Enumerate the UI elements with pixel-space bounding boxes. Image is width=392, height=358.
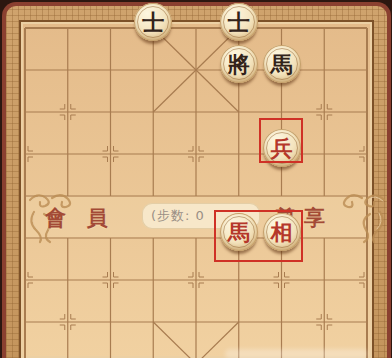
piece-glyph: 士 xyxy=(142,3,164,41)
board-grid[interactable] xyxy=(0,0,392,358)
piece-black-advisor-left[interactable]: 士 xyxy=(134,3,172,41)
river-text-member: 會員 xyxy=(45,207,129,229)
xiangqi-app: 會員 尊享 (步数: 0 士 士 將 馬 兵 馬 相 xyxy=(0,0,392,358)
piece-glyph: 馬 xyxy=(271,45,293,83)
highlight-box-soldier xyxy=(259,118,303,163)
piece-glyph: 士 xyxy=(228,3,250,41)
highlight-box-horse-elephant xyxy=(214,210,303,262)
piece-black-advisor-right[interactable]: 士 xyxy=(220,3,258,41)
watermark-blur xyxy=(225,349,368,358)
river-scroll-ornament-right xyxy=(336,188,388,246)
piece-glyph: 將 xyxy=(228,45,250,83)
piece-black-general[interactable]: 將 xyxy=(220,45,258,83)
step-counter-text: (步数: 0 xyxy=(151,207,205,225)
piece-black-horse[interactable]: 馬 xyxy=(263,45,301,83)
